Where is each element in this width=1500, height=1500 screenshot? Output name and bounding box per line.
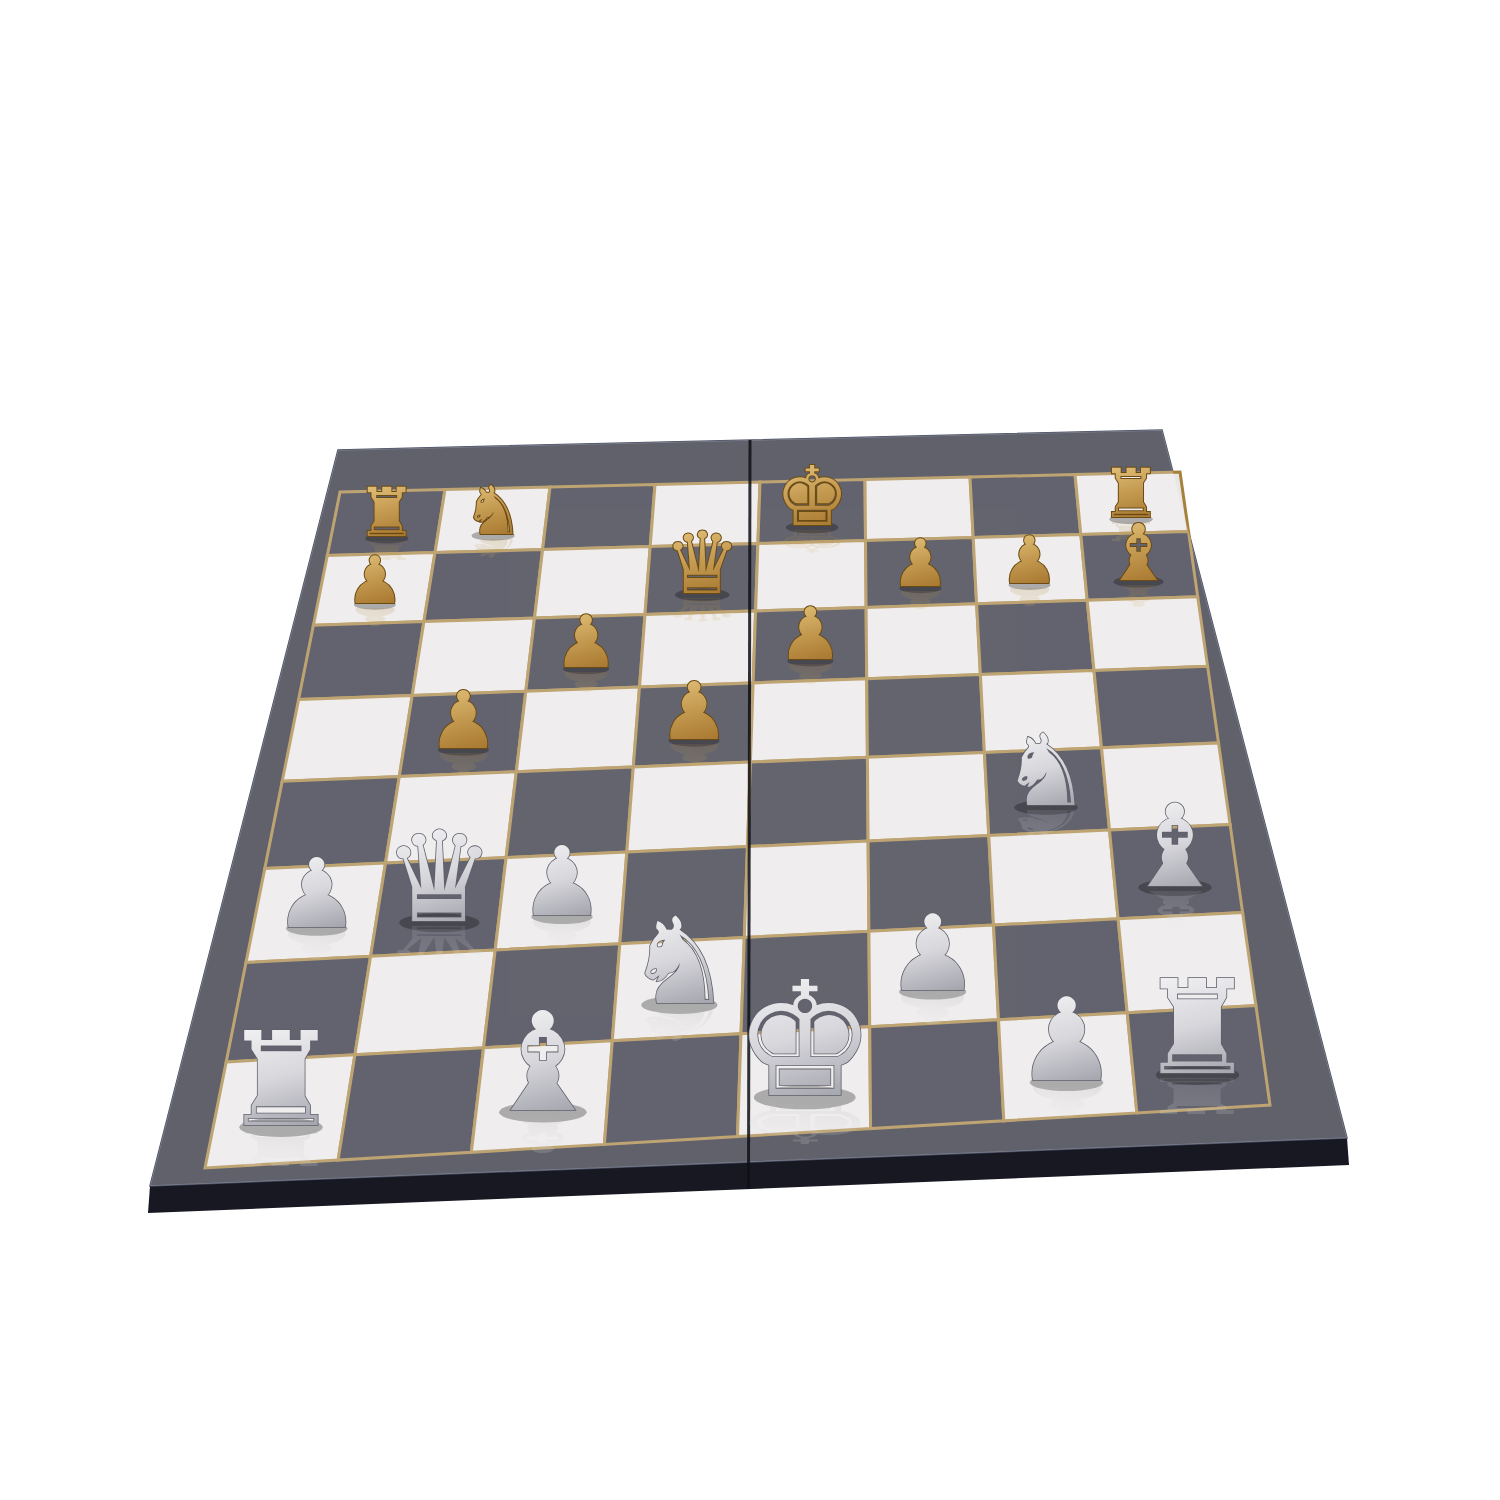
piece-glyph-pawn: ♟ (778, 592, 843, 676)
piece-glyph-pawn: ♟ (554, 600, 619, 684)
piece-silver-pawn-c3[interactable]: ♟♟ (519, 826, 605, 954)
piece-glyph-knight: ♞ (1001, 713, 1090, 828)
piece-glyph-pawn: ♟ (346, 542, 405, 618)
piece-silver-queen-b3[interactable]: ♛♛ (383, 805, 495, 970)
piece-silver-bishop-c1[interactable]: ♝♝ (482, 983, 605, 1163)
piece-gold-pawn-g7[interactable]: ♟♟ (1000, 522, 1059, 611)
piece-glyph-pawn: ♟ (274, 838, 360, 950)
piece-glyph-rook: ♜ (357, 473, 417, 552)
piece-gold-pawn-e6[interactable]: ♟♟ (778, 592, 843, 690)
piece-glyph-pawn: ♟ (428, 674, 499, 767)
piece-silver-rook-h1[interactable]: ♜♜ (1139, 952, 1256, 1124)
piece-gold-knight-b8[interactable]: ♞♞ (463, 471, 523, 563)
piece-glyph-pawn: ♟ (1000, 522, 1059, 598)
piece-silver-knight-d2[interactable]: ♞♞ (626, 892, 733, 1050)
piece-gold-pawn-a7[interactable]: ♟♟ (346, 542, 405, 631)
piece-silver-pawn-a3[interactable]: ♟♟ (274, 838, 360, 966)
piece-gold-pawn-f7[interactable]: ♟♟ (891, 525, 950, 614)
piece-glyph-pawn: ♟ (1015, 974, 1118, 1107)
piece-gold-pawn-c6[interactable]: ♟♟ (554, 600, 619, 698)
chess-board: ♜♜♞♞♚♚♜♜♟♟♛♛♟♟♟♟♝♝♟♟♟♟♟♟♟♟♞♞♟♟♛♛♟♟♝♝♞♞♟♟… (0, 0, 1500, 1500)
piece-glyph-king: ♚ (775, 449, 849, 544)
piece-glyph-king: ♚ (733, 947, 876, 1133)
piece-silver-king-e1[interactable]: ♚♚ (733, 947, 876, 1156)
piece-glyph-pawn: ♟ (891, 525, 950, 601)
piece-silver-pawn-f2[interactable]: ♟♟ (886, 892, 980, 1032)
piece-glyph-queen: ♛ (664, 514, 741, 613)
piece-gold-pawn-d5[interactable]: ♟♟ (658, 665, 729, 772)
piece-silver-rook-a1[interactable]: ♜♜ (223, 1004, 340, 1176)
piece-glyph-bishop: ♝ (482, 983, 605, 1142)
piece-silver-pawn-g1[interactable]: ♟♟ (1015, 974, 1118, 1126)
piece-gold-queen-d7[interactable]: ♛♛ (664, 514, 741, 628)
piece-gold-king-e8[interactable]: ♚♚ (775, 449, 849, 559)
piece-glyph-bishop: ♝ (1124, 780, 1227, 913)
piece-glyph-pawn: ♟ (519, 826, 605, 938)
piece-glyph-pawn: ♟ (658, 665, 729, 758)
piece-glyph-rook: ♜ (223, 1004, 340, 1156)
piece-gold-bishop-h7[interactable]: ♝♝ (1103, 507, 1173, 613)
product-photo-scene: ♜♜♞♞♚♚♜♜♟♟♛♛♟♟♟♟♝♝♟♟♟♟♟♟♟♟♞♞♟♟♛♛♟♟♝♝♞♞♟♟… (0, 0, 1500, 1500)
piece-glyph-rook: ♜ (1139, 952, 1256, 1104)
piece-glyph-pawn: ♟ (886, 892, 980, 1015)
piece-glyph-knight: ♞ (626, 892, 733, 1031)
piece-gold-pawn-b5[interactable]: ♟♟ (428, 674, 499, 781)
piece-glyph-bishop: ♝ (1103, 507, 1173, 598)
piece-glyph-queen: ♛ (383, 805, 495, 951)
piece-silver-knight-g4[interactable]: ♞♞ (1001, 713, 1090, 845)
piece-glyph-knight: ♞ (463, 471, 523, 550)
piece-silver-bishop-h3[interactable]: ♝♝ (1124, 780, 1227, 931)
